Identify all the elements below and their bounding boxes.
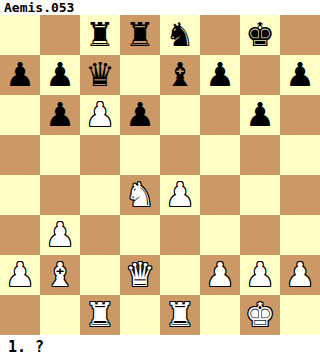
piece-black-pawn: ♟ <box>245 95 275 135</box>
square-c2[interactable] <box>80 255 120 295</box>
piece-black-bishop: ♝ <box>165 55 195 95</box>
square-g7[interactable] <box>240 55 280 95</box>
square-c3[interactable] <box>80 215 120 255</box>
page-title: Aemis.053 <box>0 0 320 15</box>
square-c7[interactable]: ♛ <box>80 55 120 95</box>
square-a8[interactable] <box>0 15 40 55</box>
square-c6[interactable]: ♟ <box>80 95 120 135</box>
square-b4[interactable] <box>40 175 80 215</box>
square-b7[interactable]: ♟ <box>40 55 80 95</box>
piece-white-pawn: ♟ <box>5 255 35 295</box>
piece-white-rook: ♜ <box>85 295 115 335</box>
square-h3[interactable] <box>280 215 320 255</box>
square-a6[interactable] <box>0 95 40 135</box>
piece-black-pawn: ♟ <box>205 55 235 95</box>
square-b1[interactable] <box>40 295 80 335</box>
piece-white-pawn: ♟ <box>85 95 115 135</box>
square-c4[interactable] <box>80 175 120 215</box>
piece-black-queen: ♛ <box>85 55 115 95</box>
square-c1[interactable]: ♜ <box>80 295 120 335</box>
square-d1[interactable] <box>120 295 160 335</box>
square-g2[interactable]: ♟ <box>240 255 280 295</box>
square-d3[interactable] <box>120 215 160 255</box>
square-b3[interactable]: ♟ <box>40 215 80 255</box>
square-f8[interactable] <box>200 15 240 55</box>
square-h8[interactable] <box>280 15 320 55</box>
square-e6[interactable] <box>160 95 200 135</box>
square-e8[interactable]: ♞ <box>160 15 200 55</box>
square-c8[interactable]: ♜ <box>80 15 120 55</box>
piece-white-pawn: ♟ <box>285 255 315 295</box>
square-e5[interactable] <box>160 135 200 175</box>
move-prompt: 1. ? <box>0 335 320 360</box>
square-d5[interactable] <box>120 135 160 175</box>
square-h4[interactable] <box>280 175 320 215</box>
square-h1[interactable] <box>280 295 320 335</box>
square-h6[interactable] <box>280 95 320 135</box>
square-c5[interactable] <box>80 135 120 175</box>
square-e3[interactable] <box>160 215 200 255</box>
square-a2[interactable]: ♟ <box>0 255 40 295</box>
piece-white-knight: ♞ <box>125 175 155 215</box>
square-g5[interactable] <box>240 135 280 175</box>
square-g8[interactable]: ♚ <box>240 15 280 55</box>
square-e1[interactable]: ♜ <box>160 295 200 335</box>
piece-white-rook: ♜ <box>165 295 195 335</box>
square-h7[interactable]: ♟ <box>280 55 320 95</box>
square-d2[interactable]: ♛ <box>120 255 160 295</box>
square-f7[interactable]: ♟ <box>200 55 240 95</box>
piece-white-king: ♚ <box>245 295 275 335</box>
piece-white-pawn: ♟ <box>45 215 75 255</box>
piece-white-pawn: ♟ <box>245 255 275 295</box>
square-a1[interactable] <box>0 295 40 335</box>
square-e4[interactable]: ♟ <box>160 175 200 215</box>
square-a7[interactable]: ♟ <box>0 55 40 95</box>
piece-white-pawn: ♟ <box>205 255 235 295</box>
square-b2[interactable]: ♝ <box>40 255 80 295</box>
square-d6[interactable]: ♟ <box>120 95 160 135</box>
square-d7[interactable] <box>120 55 160 95</box>
square-a4[interactable] <box>0 175 40 215</box>
square-g1[interactable]: ♚ <box>240 295 280 335</box>
piece-black-king: ♚ <box>245 15 275 55</box>
piece-white-bishop: ♝ <box>45 255 75 295</box>
piece-white-pawn: ♟ <box>165 175 195 215</box>
square-h2[interactable]: ♟ <box>280 255 320 295</box>
square-e7[interactable]: ♝ <box>160 55 200 95</box>
square-e2[interactable] <box>160 255 200 295</box>
piece-black-rook: ♜ <box>125 15 155 55</box>
piece-black-pawn: ♟ <box>125 95 155 135</box>
square-h5[interactable] <box>280 135 320 175</box>
piece-black-pawn: ♟ <box>45 55 75 95</box>
square-f3[interactable] <box>200 215 240 255</box>
square-b8[interactable] <box>40 15 80 55</box>
square-g3[interactable] <box>240 215 280 255</box>
piece-black-rook: ♜ <box>85 15 115 55</box>
piece-black-pawn: ♟ <box>285 55 315 95</box>
square-a5[interactable] <box>0 135 40 175</box>
square-f1[interactable] <box>200 295 240 335</box>
square-b5[interactable] <box>40 135 80 175</box>
piece-black-pawn: ♟ <box>45 95 75 135</box>
square-b6[interactable]: ♟ <box>40 95 80 135</box>
piece-white-queen: ♛ <box>125 255 155 295</box>
square-f2[interactable]: ♟ <box>200 255 240 295</box>
square-a3[interactable] <box>0 215 40 255</box>
square-g4[interactable] <box>240 175 280 215</box>
square-f4[interactable] <box>200 175 240 215</box>
square-f5[interactable] <box>200 135 240 175</box>
square-d8[interactable]: ♜ <box>120 15 160 55</box>
square-f6[interactable] <box>200 95 240 135</box>
chess-board: ♜♜♞♚♟♟♛♝♟♟♟♟♟♟♞♟♟♟♝♛♟♟♟♜♜♚ <box>0 15 320 335</box>
piece-black-knight: ♞ <box>165 15 195 55</box>
piece-black-pawn: ♟ <box>5 55 35 95</box>
square-d4[interactable]: ♞ <box>120 175 160 215</box>
square-g6[interactable]: ♟ <box>240 95 280 135</box>
